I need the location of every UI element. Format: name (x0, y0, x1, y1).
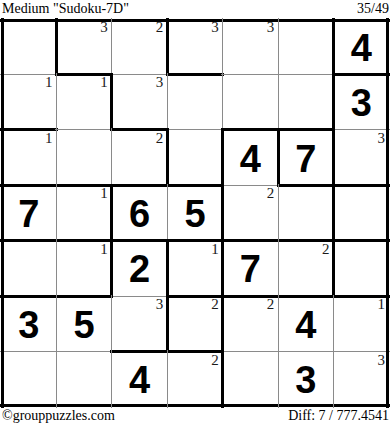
cell-r1c3[interactable]: 2 (112, 19, 167, 74)
grid-line-h (277, 128, 335, 131)
grid-line-v (332, 18, 335, 76)
cell-r1c2[interactable]: 3 (56, 19, 111, 74)
grid-line-h (166, 239, 224, 242)
pencil-mark: 1 (377, 297, 385, 312)
grid-line-v (278, 184, 279, 242)
grid-line-v (167, 350, 168, 408)
cell-r2c7[interactable]: 3 (334, 74, 389, 129)
grid-line-v (166, 239, 169, 297)
grid-line-h (221, 19, 279, 22)
grid-line-h (110, 184, 168, 187)
cell-r5c2[interactable]: 1 (56, 241, 111, 296)
grid-line-v (222, 18, 223, 76)
difficulty-text: Diff: 7 / 777.4541 (288, 408, 389, 424)
grid-line-h (332, 73, 390, 76)
big-digit: 4 (278, 296, 333, 351)
big-digit: 3 (334, 74, 389, 129)
copyright-text: ©grouppuzzles.com (2, 408, 115, 424)
cell-r2c1[interactable]: 1 (1, 74, 56, 129)
cell-r3c2[interactable] (56, 130, 111, 185)
grid-line-h (0, 74, 58, 75)
big-digit: 3 (1, 296, 56, 351)
grid-line-h (277, 19, 335, 22)
grid-line-v (166, 295, 169, 353)
big-digit: 2 (112, 241, 167, 296)
progress-counter: 35/49 (357, 1, 389, 17)
cell-r4c7[interactable] (334, 185, 389, 240)
grid-line-v (332, 128, 335, 186)
cell-r5c4[interactable]: 1 (167, 241, 222, 296)
grid-line-v (1, 239, 4, 297)
cell-r4c5[interactable]: 2 (223, 185, 278, 240)
grid-line-h (332, 129, 390, 130)
grid-line-h (110, 404, 168, 407)
cell-r2c2[interactable]: 1 (56, 74, 111, 129)
grid-line-v (278, 350, 279, 408)
grid-line-v (386, 73, 389, 131)
cell-r2c3[interactable]: 3 (112, 74, 167, 129)
grid-line-v (111, 295, 112, 353)
grid-line-v (221, 128, 224, 186)
cell-r2c5[interactable] (223, 74, 278, 129)
cell-r7c2[interactable] (56, 352, 111, 407)
cell-r6c6[interactable]: 4 (278, 296, 333, 351)
grid-line-v (1, 350, 4, 408)
grid-line-v (166, 18, 169, 76)
grid-line-v (278, 239, 279, 297)
grid-line-v (386, 295, 389, 353)
cell-r6c3[interactable]: 3 (112, 296, 167, 351)
grid-line-h (110, 239, 168, 242)
big-digit: 6 (112, 185, 167, 240)
grid-line-h (55, 19, 113, 22)
cell-r5c7[interactable] (334, 241, 389, 296)
cell-r3c6[interactable]: 7 (278, 130, 333, 185)
grid-line-v (332, 239, 335, 297)
pencil-mark: 3 (156, 75, 164, 90)
grid-line-h (55, 295, 113, 298)
grid-line-v (56, 239, 57, 297)
pencil-mark: 1 (211, 242, 219, 257)
cell-r4c3[interactable]: 6 (112, 185, 167, 240)
grid-line-h (166, 184, 224, 187)
cell-r6c5[interactable]: 2 (223, 296, 278, 351)
puzzle-page: Medium "Sudoku-7D" 35/49 323341133124737… (0, 0, 391, 426)
cell-r3c7[interactable]: 3 (334, 130, 389, 185)
pencil-mark: 1 (100, 75, 108, 90)
grid-line-v (386, 18, 389, 76)
grid-line-h (277, 351, 335, 352)
big-digit: 4 (112, 352, 167, 407)
cell-r5c6[interactable]: 2 (278, 241, 333, 296)
grid-line-v (56, 295, 57, 353)
cell-r7c7[interactable]: 3 (334, 352, 389, 407)
grid-line-v (222, 73, 223, 131)
grid-line-h (277, 239, 335, 242)
cell-r6c4[interactable]: 2 (167, 296, 222, 351)
grid-line-h (221, 128, 279, 131)
cell-r7c1[interactable] (1, 352, 56, 407)
cell-r4c4[interactable]: 5 (167, 185, 222, 240)
sudoku-board: 32334113312473716521217235322414233 (1, 19, 389, 407)
pencil-mark: 3 (156, 297, 164, 312)
pencil-mark: 2 (156, 20, 164, 35)
grid-line-v (110, 73, 113, 131)
grid-line-v (167, 73, 168, 131)
cell-r3c3[interactable]: 2 (112, 130, 167, 185)
pencil-mark: 3 (211, 20, 219, 35)
grid-line-v (332, 184, 335, 242)
cell-r7c5[interactable] (223, 352, 278, 407)
grid-line-v (386, 239, 389, 297)
cell-r2c4[interactable] (167, 74, 222, 129)
grid-line-h (221, 295, 279, 298)
grid-line-h (221, 185, 279, 186)
grid-line-h (277, 184, 335, 187)
cell-r1c6[interactable] (278, 19, 333, 74)
grid-line-h (55, 351, 113, 352)
pencil-mark: 1 (100, 186, 108, 201)
grid-line-h (0, 404, 58, 407)
cell-r3c5[interactable]: 4 (223, 130, 278, 185)
grid-line-h (277, 295, 335, 298)
grid-line-h (110, 74, 168, 75)
grid-line-v (110, 239, 113, 297)
grid-line-h (166, 19, 224, 22)
grid-line-h (0, 19, 58, 22)
grid-line-h (221, 239, 279, 242)
cell-r1c4[interactable]: 3 (167, 19, 222, 74)
pencil-mark: 1 (100, 242, 108, 257)
grid-line-h (332, 295, 390, 298)
grid-line-h (277, 74, 335, 75)
grid-line-h (0, 295, 58, 298)
cell-r1c5[interactable]: 3 (223, 19, 278, 74)
pencil-mark: 1 (45, 75, 53, 90)
grid-line-v (221, 295, 224, 353)
cell-r6c1[interactable]: 3 (1, 296, 56, 351)
pencil-mark: 1 (45, 131, 53, 146)
grid-line-v (1, 128, 4, 186)
cell-r5c3[interactable]: 2 (112, 241, 167, 296)
grid-line-h (221, 74, 279, 75)
grid-line-v (110, 184, 113, 242)
pencil-mark: 3 (267, 20, 275, 35)
grid-line-h (55, 129, 113, 130)
cell-r3c4[interactable] (167, 130, 222, 185)
grid-line-h (110, 350, 168, 353)
cell-r2c6[interactable] (278, 74, 333, 129)
grid-line-h (277, 404, 335, 407)
grid-line-h (332, 239, 390, 242)
grid-line-h (55, 239, 113, 242)
pencil-mark: 3 (100, 20, 108, 35)
grid-line-v (56, 128, 57, 186)
big-digit: 4 (334, 19, 389, 74)
grid-line-h (0, 351, 58, 352)
grid-line-v (278, 73, 279, 131)
grid-line-v (333, 295, 334, 353)
grid-line-h (55, 184, 113, 187)
grid-line-h (166, 73, 224, 76)
grid-line-h (110, 128, 168, 131)
cell-r1c7[interactable]: 4 (334, 19, 389, 74)
cell-r7c3[interactable]: 4 (112, 352, 167, 407)
big-digit: 7 (278, 130, 333, 185)
grid-line-v (55, 18, 58, 76)
grid-line-v (111, 128, 112, 186)
grid-line-v (166, 128, 169, 186)
grid-line-h (166, 295, 224, 298)
cell-r5c1[interactable] (1, 241, 56, 296)
grid-line-v (278, 295, 279, 353)
cell-r6c7[interactable]: 1 (334, 296, 389, 351)
cell-r4c6[interactable] (278, 185, 333, 240)
grid-line-h (166, 350, 224, 353)
grid-line-h (0, 184, 58, 187)
cell-r4c1[interactable]: 7 (1, 185, 56, 240)
grid-line-v (1, 184, 4, 242)
grid-line-v (386, 184, 389, 242)
grid-line-v (386, 128, 389, 186)
grid-line-h (332, 19, 390, 22)
pencil-mark: 2 (267, 297, 275, 312)
cell-r5c5[interactable]: 7 (223, 241, 278, 296)
big-digit: 7 (1, 185, 56, 240)
header: Medium "Sudoku-7D" 35/49 (0, 1, 391, 18)
pencil-mark: 2 (211, 353, 219, 368)
pencil-mark: 2 (211, 297, 219, 312)
big-digit: 4 (223, 130, 278, 185)
grid-line-v (56, 350, 57, 408)
footer: ©grouppuzzles.com Diff: 7 / 777.4541 (0, 408, 391, 426)
cell-r7c6[interactable]: 3 (278, 352, 333, 407)
cell-r1c1[interactable] (1, 19, 56, 74)
grid-line-h (55, 404, 113, 407)
grid-line-v (111, 350, 112, 408)
pencil-mark: 2 (267, 186, 275, 201)
grid-line-h (332, 404, 390, 407)
grid-line-v (1, 295, 4, 353)
grid-line-v (277, 128, 280, 186)
cell-r7c4[interactable]: 2 (167, 352, 222, 407)
grid-line-v (56, 73, 57, 131)
pencil-mark: 3 (377, 353, 385, 368)
grid-line-h (332, 351, 390, 352)
grid-line-h (221, 404, 279, 407)
big-digit: 7 (223, 241, 278, 296)
cell-r6c2[interactable]: 5 (56, 296, 111, 351)
grid-line-h (221, 351, 279, 352)
grid-line-v (111, 18, 112, 76)
grid-line-v (333, 350, 334, 408)
grid-line-h (332, 184, 390, 187)
grid-line-h (0, 239, 58, 242)
grid-line-h (110, 19, 168, 22)
pencil-mark: 2 (322, 242, 330, 257)
grid-line-v (1, 73, 4, 131)
pencil-mark: 3 (377, 131, 385, 146)
grid-line-h (0, 128, 58, 131)
cell-r4c2[interactable]: 1 (56, 185, 111, 240)
big-digit: 5 (56, 296, 111, 351)
grid-line-h (110, 296, 168, 297)
grid-line-h (166, 404, 224, 407)
grid-line-v (332, 73, 335, 131)
cell-r3c1[interactable]: 1 (1, 130, 56, 185)
big-digit: 3 (278, 352, 333, 407)
pencil-mark: 2 (156, 131, 164, 146)
grid-line-v (221, 350, 224, 408)
grid-line-v (167, 184, 168, 242)
big-digit: 5 (167, 185, 222, 240)
grid-line-v (278, 18, 279, 76)
grid-line-v (221, 239, 224, 297)
grid-line-h (55, 73, 113, 76)
grid-line-v (221, 184, 224, 242)
grid-line-v (56, 184, 57, 242)
puzzle-title: Medium "Sudoku-7D" (2, 1, 129, 17)
grid-line-v (386, 350, 389, 408)
grid-line-h (166, 129, 224, 130)
grid-line-v (1, 18, 4, 76)
